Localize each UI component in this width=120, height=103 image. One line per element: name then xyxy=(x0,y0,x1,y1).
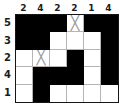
row-clue-3: 2 xyxy=(0,49,14,66)
column-clue-1: 2 xyxy=(15,0,32,14)
cell-r2c1[interactable] xyxy=(16,32,33,49)
x-mark-icon: ╳ xyxy=(36,50,45,65)
column-clue-6: 4 xyxy=(100,0,117,14)
cell-r1c6[interactable] xyxy=(101,15,118,32)
cell-r4c5[interactable] xyxy=(84,67,101,84)
column-clue-4: 2 xyxy=(66,0,83,14)
cell-r4c4[interactable] xyxy=(67,67,84,84)
cell-r5c1[interactable] xyxy=(16,85,33,102)
cell-r3c4[interactable] xyxy=(67,50,84,67)
cell-r4c2[interactable] xyxy=(33,67,50,84)
cell-r1c3[interactable] xyxy=(50,15,67,32)
cell-r1c1[interactable] xyxy=(16,15,33,32)
cell-r2c4[interactable] xyxy=(67,32,84,49)
cell-r3c5[interactable] xyxy=(84,50,101,67)
cell-r3c2[interactable]: ╳ xyxy=(33,50,50,67)
row-clue-1: 5 xyxy=(0,14,14,31)
cell-r1c5[interactable] xyxy=(84,15,101,32)
cell-r2c6[interactable] xyxy=(101,32,118,49)
cell-r5c3[interactable] xyxy=(50,85,67,102)
cell-r3c1[interactable] xyxy=(16,50,33,67)
nonogram-grid: ╳╳ xyxy=(15,14,119,103)
cell-r1c2[interactable] xyxy=(33,15,50,32)
cell-r4c6[interactable] xyxy=(101,67,118,84)
column-clue-5: 1 xyxy=(83,0,100,14)
column-clues: 242214 xyxy=(15,0,117,14)
cell-r5c6[interactable] xyxy=(101,85,118,102)
cell-r5c4[interactable] xyxy=(67,85,84,102)
cell-r4c1[interactable] xyxy=(16,67,33,84)
cell-r2c2[interactable] xyxy=(33,32,50,49)
row-clues: 53241 xyxy=(0,14,14,101)
row-clue-4: 4 xyxy=(0,66,14,83)
row-clue-2: 3 xyxy=(0,31,14,48)
cell-r2c5[interactable] xyxy=(84,32,101,49)
cell-r3c6[interactable] xyxy=(101,50,118,67)
x-mark-icon: ╳ xyxy=(70,15,79,30)
column-clue-3: 2 xyxy=(49,0,66,14)
cell-r5c2[interactable] xyxy=(33,85,50,102)
nonogram-puzzle: 242214 53241 ╳╳ xyxy=(0,0,120,103)
cell-r5c5[interactable] xyxy=(84,85,101,102)
cell-r4c3[interactable] xyxy=(50,67,67,84)
cell-r2c3[interactable] xyxy=(50,32,67,49)
cell-r1c4[interactable]: ╳ xyxy=(67,15,84,32)
column-clue-2: 4 xyxy=(32,0,49,14)
row-clue-5: 1 xyxy=(0,84,14,101)
cell-r3c3[interactable] xyxy=(50,50,67,67)
